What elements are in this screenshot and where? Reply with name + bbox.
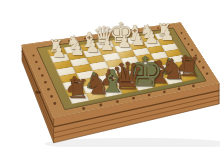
white-pawn: ♟: [100, 37, 115, 53]
white-pawn: ♟: [160, 28, 175, 44]
white-pawn: ♟: [70, 42, 85, 58]
white-pawn: ♟: [51, 45, 66, 61]
white-pawn: ♟: [144, 30, 159, 46]
dark-rook: ♜: [66, 77, 89, 103]
white-pawn: ♟: [131, 32, 146, 48]
white-pawn: ♟: [85, 40, 100, 56]
pieces-layer: ♜♞♝♛♚♝♞♜♟♟♟♟♟♟♟♟♟♟♟♟♟♟♟♟♜♞♝♛♚♝♞♜: [0, 0, 220, 147]
chess-set-photo: ♜♞♝♛♚♝♞♜♟♟♟♟♟♟♟♟♟♟♟♟♟♟♟♟♜♞♝♛♚♝♞♜: [0, 0, 220, 147]
